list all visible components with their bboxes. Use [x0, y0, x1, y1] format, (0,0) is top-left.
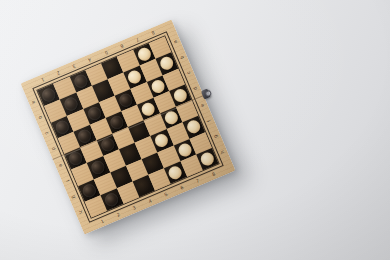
board-wood-border: 11aa22bb33cc44dd55ee66ff77gg88hh: [20, 19, 235, 234]
coord-label: 6: [180, 185, 185, 191]
coord-label: h: [220, 150, 226, 155]
coord-label: 8: [211, 171, 216, 177]
coord-label: 3: [72, 63, 77, 69]
coord-label: a: [31, 99, 37, 104]
coord-label: 4: [88, 57, 93, 63]
coord-label: c: [186, 71, 192, 75]
coord-label: d: [51, 147, 57, 152]
coord-label: b: [179, 55, 185, 60]
coord-label: f: [206, 119, 211, 122]
coord-label: 7: [135, 36, 140, 42]
coord-label: b: [37, 115, 43, 120]
coord-label: 3: [132, 205, 137, 211]
coord-label: 6: [119, 43, 124, 49]
white-checker-h8[interactable]: [199, 150, 216, 167]
checkers-board: 11aa22bb33cc44dd55ee66ff77gg88hh: [20, 19, 235, 234]
coord-label: 7: [196, 178, 201, 184]
clasp-icon: [201, 88, 211, 99]
coord-label: e: [199, 103, 205, 108]
coord-label: 4: [148, 198, 153, 204]
coord-label: d: [193, 87, 199, 92]
coord-label: f: [65, 179, 70, 182]
coord-label: e: [58, 163, 64, 168]
coord-label: 2: [56, 70, 61, 76]
coord-label: 5: [104, 50, 109, 56]
coord-label: 5: [164, 192, 169, 198]
coord-label: 1: [100, 219, 105, 225]
coord-label: g: [71, 195, 77, 200]
coord-label: 2: [116, 212, 121, 218]
coord-label: 1: [40, 77, 45, 83]
coord-label: a: [172, 39, 178, 44]
photo-backdrop: { "game": "checkers (draughts) played on…: [0, 0, 390, 260]
coord-label: c: [44, 131, 50, 135]
coord-label: h: [78, 210, 84, 215]
coord-label: 8: [151, 30, 156, 36]
coord-label: g: [213, 134, 219, 139]
